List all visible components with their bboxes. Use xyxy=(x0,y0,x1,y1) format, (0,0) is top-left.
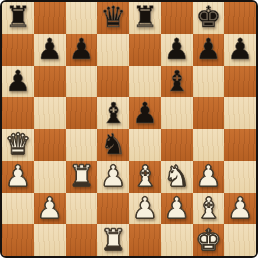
square-g1[interactable]: ♚ xyxy=(193,224,225,256)
square-c7[interactable]: ♟ xyxy=(66,34,98,66)
square-g2[interactable]: ♝ xyxy=(193,193,225,225)
black-queen[interactable]: ♛ xyxy=(100,2,126,33)
square-f5[interactable] xyxy=(161,97,193,129)
square-h4[interactable] xyxy=(224,129,256,161)
square-b6[interactable] xyxy=(34,66,66,98)
white-rook[interactable]: ♜ xyxy=(68,161,94,192)
square-b7[interactable]: ♟ xyxy=(34,34,66,66)
square-c1[interactable] xyxy=(66,224,98,256)
square-a2[interactable] xyxy=(2,193,34,225)
black-rook[interactable]: ♜ xyxy=(5,2,31,33)
white-pawn[interactable]: ♟ xyxy=(5,161,31,192)
square-d4[interactable]: ♞ xyxy=(97,129,129,161)
square-e1[interactable] xyxy=(129,224,161,256)
black-pawn[interactable]: ♟ xyxy=(227,34,253,65)
black-pawn[interactable]: ♟ xyxy=(68,34,94,65)
square-g3[interactable]: ♟ xyxy=(193,161,225,193)
square-g7[interactable]: ♟ xyxy=(193,34,225,66)
black-king[interactable]: ♚ xyxy=(195,2,221,33)
square-a6[interactable]: ♟ xyxy=(2,66,34,98)
white-pawn[interactable]: ♟ xyxy=(100,161,126,192)
white-king[interactable]: ♚ xyxy=(195,225,221,256)
square-c3[interactable]: ♜ xyxy=(66,161,98,193)
square-b1[interactable] xyxy=(34,224,66,256)
square-f6[interactable]: ♝ xyxy=(161,66,193,98)
square-c8[interactable] xyxy=(66,2,98,34)
square-h7[interactable]: ♟ xyxy=(224,34,256,66)
square-b5[interactable] xyxy=(34,97,66,129)
square-d6[interactable] xyxy=(97,66,129,98)
black-pawn[interactable]: ♟ xyxy=(195,34,221,65)
square-e5[interactable]: ♟ xyxy=(129,97,161,129)
square-h3[interactable] xyxy=(224,161,256,193)
black-pawn[interactable]: ♟ xyxy=(5,66,31,97)
square-h2[interactable]: ♟ xyxy=(224,193,256,225)
square-d8[interactable]: ♛ xyxy=(97,2,129,34)
white-knight[interactable]: ♞ xyxy=(164,161,190,192)
white-pawn[interactable]: ♟ xyxy=(227,193,253,224)
black-knight[interactable]: ♞ xyxy=(100,129,126,160)
square-a4[interactable]: ♛ xyxy=(2,129,34,161)
white-pawn[interactable]: ♟ xyxy=(132,193,158,224)
square-d3[interactable]: ♟ xyxy=(97,161,129,193)
square-b4[interactable] xyxy=(34,129,66,161)
square-d2[interactable] xyxy=(97,193,129,225)
square-h8[interactable] xyxy=(224,2,256,34)
square-g4[interactable] xyxy=(193,129,225,161)
square-f3[interactable]: ♞ xyxy=(161,161,193,193)
white-pawn[interactable]: ♟ xyxy=(195,161,221,192)
black-pawn[interactable]: ♟ xyxy=(37,34,63,65)
white-rook[interactable]: ♜ xyxy=(100,225,126,256)
white-pawn[interactable]: ♟ xyxy=(164,193,190,224)
square-b2[interactable]: ♟ xyxy=(34,193,66,225)
square-a5[interactable] xyxy=(2,97,34,129)
square-c2[interactable] xyxy=(66,193,98,225)
square-e3[interactable]: ♝ xyxy=(129,161,161,193)
black-bishop[interactable]: ♝ xyxy=(164,66,190,97)
square-d7[interactable] xyxy=(97,34,129,66)
black-rook[interactable]: ♜ xyxy=(132,2,158,33)
square-a7[interactable] xyxy=(2,34,34,66)
square-e8[interactable]: ♜ xyxy=(129,2,161,34)
square-f2[interactable]: ♟ xyxy=(161,193,193,225)
white-pawn[interactable]: ♟ xyxy=(37,193,63,224)
square-e6[interactable] xyxy=(129,66,161,98)
chess-board: ♜♛♜♚♟♟♟♟♟♟♝♝♟♛♞♟♜♟♝♞♟♟♟♟♝♟♜♚ xyxy=(0,0,258,258)
square-e4[interactable] xyxy=(129,129,161,161)
square-d5[interactable]: ♝ xyxy=(97,97,129,129)
black-pawn[interactable]: ♟ xyxy=(164,34,190,65)
square-a1[interactable] xyxy=(2,224,34,256)
square-e2[interactable]: ♟ xyxy=(129,193,161,225)
square-h1[interactable] xyxy=(224,224,256,256)
white-queen[interactable]: ♛ xyxy=(5,129,31,160)
square-c5[interactable] xyxy=(66,97,98,129)
white-bishop[interactable]: ♝ xyxy=(132,161,158,192)
square-b8[interactable] xyxy=(34,2,66,34)
square-g6[interactable] xyxy=(193,66,225,98)
square-h6[interactable] xyxy=(224,66,256,98)
square-a8[interactable]: ♜ xyxy=(2,2,34,34)
white-bishop[interactable]: ♝ xyxy=(195,193,221,224)
square-f1[interactable] xyxy=(161,224,193,256)
square-f4[interactable] xyxy=(161,129,193,161)
square-f7[interactable]: ♟ xyxy=(161,34,193,66)
square-c6[interactable] xyxy=(66,66,98,98)
square-g8[interactable]: ♚ xyxy=(193,2,225,34)
black-bishop[interactable]: ♝ xyxy=(100,98,126,129)
square-a3[interactable]: ♟ xyxy=(2,161,34,193)
square-e7[interactable] xyxy=(129,34,161,66)
square-b3[interactable] xyxy=(34,161,66,193)
square-d1[interactable]: ♜ xyxy=(97,224,129,256)
square-h5[interactable] xyxy=(224,97,256,129)
square-c4[interactable] xyxy=(66,129,98,161)
square-f8[interactable] xyxy=(161,2,193,34)
square-g5[interactable] xyxy=(193,97,225,129)
black-pawn[interactable]: ♟ xyxy=(132,98,158,129)
